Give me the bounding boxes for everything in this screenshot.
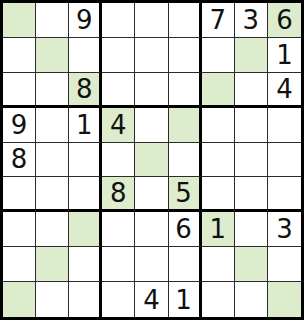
cell-r5c2[interactable] [36,143,69,178]
cell-r3c4[interactable] [102,73,135,108]
cell-r4c9[interactable] [268,108,301,143]
cell-r1c5[interactable] [135,3,168,38]
cell-r9c8[interactable] [235,282,268,317]
cell-r7c1[interactable] [3,212,36,247]
cell-r4c6[interactable] [169,108,202,143]
cell-r2c2[interactable] [36,38,69,73]
cell-r6c6[interactable]: 5 [169,177,202,212]
cell-r7c9[interactable]: 3 [268,212,301,247]
cell-r4c2[interactable] [36,108,69,143]
cell-r3c9[interactable]: 4 [268,73,301,108]
cell-r9c4[interactable] [102,282,135,317]
cell-r2c7[interactable] [202,38,235,73]
cell-r9c3[interactable] [69,282,102,317]
cell-r6c9[interactable] [268,177,301,212]
cell-r3c1[interactable] [3,73,36,108]
cell-r7c5[interactable] [135,212,168,247]
cell-r5c6[interactable] [169,143,202,178]
cell-r9c7[interactable] [202,282,235,317]
cell-r1c8[interactable]: 3 [235,3,268,38]
cell-r8c3[interactable] [69,247,102,282]
cell-r1c2[interactable] [36,3,69,38]
cell-r6c8[interactable] [235,177,268,212]
cell-r2c1[interactable] [3,38,36,73]
cell-r8c6[interactable] [169,247,202,282]
cell-r7c2[interactable] [36,212,69,247]
cell-r5c4[interactable] [102,143,135,178]
cell-r9c6[interactable]: 1 [169,282,202,317]
cell-r4c8[interactable] [235,108,268,143]
cell-r5c7[interactable] [202,143,235,178]
cell-r3c8[interactable] [235,73,268,108]
cell-r1c7[interactable]: 7 [202,3,235,38]
cell-r3c7[interactable] [202,73,235,108]
cell-r8c2[interactable] [36,247,69,282]
cell-r6c1[interactable] [3,177,36,212]
cell-r7c7[interactable]: 1 [202,212,235,247]
cell-r3c2[interactable] [36,73,69,108]
cell-r1c4[interactable] [102,3,135,38]
cell-r6c2[interactable] [36,177,69,212]
cell-r7c6[interactable]: 6 [169,212,202,247]
cell-r1c3[interactable]: 9 [69,3,102,38]
cell-r5c5[interactable] [135,143,168,178]
cell-r5c9[interactable] [268,143,301,178]
cell-r2c9[interactable]: 1 [268,38,301,73]
cell-r7c3[interactable] [69,212,102,247]
cell-r4c1[interactable]: 9 [3,108,36,143]
cell-r4c3[interactable]: 1 [69,108,102,143]
cell-r1c6[interactable] [169,3,202,38]
cell-r8c9[interactable] [268,247,301,282]
cell-r2c4[interactable] [102,38,135,73]
cell-r9c5[interactable]: 4 [135,282,168,317]
cell-r2c5[interactable] [135,38,168,73]
cell-r1c9[interactable]: 6 [268,3,301,38]
cell-r6c5[interactable] [135,177,168,212]
cell-r3c5[interactable] [135,73,168,108]
cell-r6c7[interactable] [202,177,235,212]
cell-r8c5[interactable] [135,247,168,282]
cell-r9c9[interactable] [268,282,301,317]
cell-r8c1[interactable] [3,247,36,282]
cell-r2c8[interactable] [235,38,268,73]
cell-r4c4[interactable]: 4 [102,108,135,143]
cell-r9c2[interactable] [36,282,69,317]
cell-r4c5[interactable] [135,108,168,143]
sudoku-board: 973618491488561341 [0,0,304,320]
cell-r5c8[interactable] [235,143,268,178]
cell-r7c4[interactable] [102,212,135,247]
cell-r3c3[interactable]: 8 [69,73,102,108]
cell-r2c6[interactable] [169,38,202,73]
cell-r9c1[interactable] [3,282,36,317]
cell-r1c1[interactable] [3,3,36,38]
cell-r4c7[interactable] [202,108,235,143]
cell-r2c3[interactable] [69,38,102,73]
cell-r6c4[interactable]: 8 [102,177,135,212]
cell-r7c8[interactable] [235,212,268,247]
cell-r8c7[interactable] [202,247,235,282]
cell-r6c3[interactable] [69,177,102,212]
cell-r5c1[interactable]: 8 [3,143,36,178]
cell-r8c8[interactable] [235,247,268,282]
cell-r5c3[interactable] [69,143,102,178]
cell-r3c6[interactable] [169,73,202,108]
cell-r8c4[interactable] [102,247,135,282]
